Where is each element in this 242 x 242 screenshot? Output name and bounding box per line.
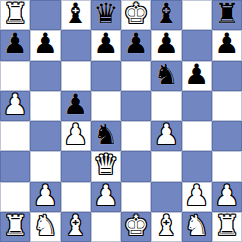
- square-a8[interactable]: ♜: [0, 0, 30, 30]
- square-c7[interactable]: [61, 30, 91, 60]
- square-h5[interactable]: [212, 91, 242, 121]
- square-f8[interactable]: ♝: [151, 0, 181, 30]
- piece-black-pawn-icon: ♟: [93, 30, 118, 58]
- square-a3[interactable]: [0, 151, 30, 181]
- square-g7[interactable]: [182, 30, 212, 60]
- piece-white-bishop-icon: ♝: [154, 212, 179, 240]
- piece-black-queen-icon: ♛: [93, 0, 118, 28]
- piece-white-bishop-icon: ♝: [63, 212, 88, 240]
- square-e8[interactable]: ♚: [121, 0, 151, 30]
- square-a6[interactable]: [0, 61, 30, 91]
- square-c8[interactable]: ♝: [61, 0, 91, 30]
- piece-white-pawn-icon: ♟: [154, 121, 179, 149]
- piece-black-bishop-icon: ♝: [154, 0, 179, 28]
- square-e1[interactable]: ♚: [121, 212, 151, 242]
- piece-black-pawn-icon: ♟: [124, 30, 149, 58]
- square-b1[interactable]: ♞: [30, 212, 60, 242]
- square-g5[interactable]: [182, 91, 212, 121]
- square-e7[interactable]: ♟: [121, 30, 151, 60]
- square-c6[interactable]: [61, 61, 91, 91]
- square-e2[interactable]: [121, 182, 151, 212]
- square-c4[interactable]: ♟: [61, 121, 91, 151]
- square-b6[interactable]: [30, 61, 60, 91]
- square-d8[interactable]: ♛: [91, 0, 121, 30]
- piece-white-pawn-icon: ♟: [214, 182, 239, 210]
- square-h6[interactable]: [212, 61, 242, 91]
- square-h7[interactable]: ♟: [212, 30, 242, 60]
- piece-black-pawn-icon: ♟: [3, 30, 28, 58]
- square-a4[interactable]: [0, 121, 30, 151]
- piece-black-bishop-icon: ♝: [63, 0, 88, 28]
- square-f7[interactable]: ♟: [151, 30, 181, 60]
- piece-black-rook-icon: ♜: [214, 0, 239, 28]
- piece-black-pawn-icon: ♟: [154, 30, 179, 58]
- piece-black-pawn-icon: ♟: [214, 30, 239, 58]
- piece-white-king-icon: ♚: [124, 0, 149, 28]
- square-d5[interactable]: [91, 91, 121, 121]
- square-e4[interactable]: [121, 121, 151, 151]
- piece-white-rook-icon: ♜: [3, 0, 28, 28]
- square-c2[interactable]: [61, 182, 91, 212]
- square-d7[interactable]: ♟: [91, 30, 121, 60]
- square-d1[interactable]: [91, 212, 121, 242]
- square-b7[interactable]: ♟: [30, 30, 60, 60]
- square-e5[interactable]: [121, 91, 151, 121]
- square-e6[interactable]: [121, 61, 151, 91]
- square-g4[interactable]: [182, 121, 212, 151]
- square-f2[interactable]: [151, 182, 181, 212]
- square-b3[interactable]: [30, 151, 60, 181]
- square-g3[interactable]: [182, 151, 212, 181]
- square-b4[interactable]: [30, 121, 60, 151]
- square-a2[interactable]: [0, 182, 30, 212]
- piece-white-queen-icon: ♛: [93, 151, 118, 179]
- piece-white-knight-icon: ♞: [184, 212, 209, 240]
- square-f3[interactable]: [151, 151, 181, 181]
- square-g2[interactable]: ♟: [182, 182, 212, 212]
- piece-black-knight-icon: ♞: [154, 61, 179, 89]
- square-h1[interactable]: ♜: [212, 212, 242, 242]
- square-h2[interactable]: ♟: [212, 182, 242, 212]
- square-d2[interactable]: ♟: [91, 182, 121, 212]
- piece-black-pawn-icon: ♟: [33, 30, 58, 58]
- piece-white-pawn-icon: ♟: [33, 182, 58, 210]
- square-d6[interactable]: [91, 61, 121, 91]
- piece-white-knight-icon: ♞: [33, 212, 58, 240]
- square-a7[interactable]: ♟: [0, 30, 30, 60]
- piece-white-pawn-icon: ♟: [3, 91, 28, 119]
- piece-black-pawn-icon: ♟: [184, 61, 209, 89]
- square-d3[interactable]: ♛: [91, 151, 121, 181]
- piece-white-pawn-icon: ♟: [93, 182, 118, 210]
- piece-white-rook-icon: ♜: [3, 212, 28, 240]
- square-f1[interactable]: ♝: [151, 212, 181, 242]
- square-a1[interactable]: ♜: [0, 212, 30, 242]
- square-g1[interactable]: ♞: [182, 212, 212, 242]
- piece-black-knight-icon: ♞: [93, 121, 118, 149]
- piece-white-pawn-icon: ♟: [184, 182, 209, 210]
- chess-board: ♜♝♛♚♝♜♟♟♟♟♟♟♞♟♟♟♟♞♟♛♟♟♟♟♜♞♝♚♝♞♜: [0, 0, 242, 242]
- square-g8[interactable]: [182, 0, 212, 30]
- square-h3[interactable]: [212, 151, 242, 181]
- square-h4[interactable]: [212, 121, 242, 151]
- square-b8[interactable]: [30, 0, 60, 30]
- square-c5[interactable]: ♟: [61, 91, 91, 121]
- square-f5[interactable]: [151, 91, 181, 121]
- piece-black-pawn-icon: ♟: [63, 91, 88, 119]
- square-f6[interactable]: ♞: [151, 61, 181, 91]
- square-b5[interactable]: [30, 91, 60, 121]
- square-c3[interactable]: [61, 151, 91, 181]
- square-c1[interactable]: ♝: [61, 212, 91, 242]
- square-a5[interactable]: ♟: [0, 91, 30, 121]
- square-b2[interactable]: ♟: [30, 182, 60, 212]
- square-f4[interactable]: ♟: [151, 121, 181, 151]
- piece-white-king-icon: ♚: [124, 212, 149, 240]
- piece-white-pawn-icon: ♟: [63, 121, 88, 149]
- piece-white-rook-icon: ♜: [214, 212, 239, 240]
- square-d4[interactable]: ♞: [91, 121, 121, 151]
- square-e3[interactable]: [121, 151, 151, 181]
- square-g6[interactable]: ♟: [182, 61, 212, 91]
- square-h8[interactable]: ♜: [212, 0, 242, 30]
